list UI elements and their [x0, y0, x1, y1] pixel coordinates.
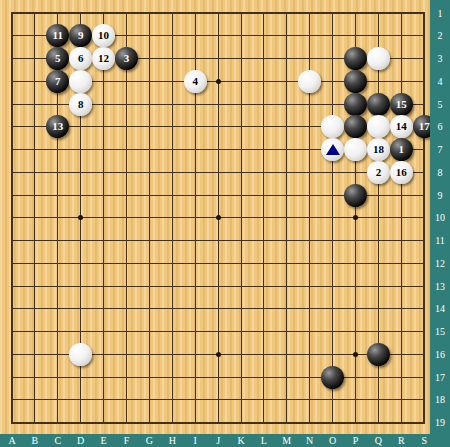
move-number-label: 16 — [396, 167, 407, 178]
column-label: G — [142, 434, 156, 447]
row-label: 9 — [430, 189, 450, 202]
white-stone[interactable]: 16 — [390, 161, 413, 184]
black-stone[interactable]: 15 — [390, 93, 413, 116]
grid-line-horizontal — [11, 308, 425, 309]
column-label: N — [303, 434, 317, 447]
move-number-label: 8 — [78, 99, 84, 110]
black-stone[interactable] — [344, 47, 367, 70]
row-label: 11 — [430, 234, 450, 247]
move-number-label: 14 — [396, 121, 407, 132]
grid-line-vertical — [286, 12, 287, 424]
column-label: C — [51, 434, 65, 447]
row-label: 14 — [430, 302, 450, 315]
column-label: P — [349, 434, 363, 447]
row-label: 1 — [430, 7, 450, 20]
star-point — [353, 215, 358, 220]
column-label: J — [211, 434, 225, 447]
grid-line-horizontal — [11, 422, 425, 424]
black-stone[interactable] — [344, 184, 367, 207]
white-stone[interactable]: 18 — [367, 138, 390, 161]
column-label: D — [74, 434, 88, 447]
column-label: H — [165, 434, 179, 447]
move-number-label: 4 — [192, 76, 198, 87]
column-label: Q — [371, 434, 385, 447]
black-stone[interactable] — [321, 366, 344, 389]
grid-line-horizontal — [11, 240, 425, 241]
column-label: E — [97, 434, 111, 447]
black-stone[interactable]: 7 — [46, 70, 69, 93]
star-point — [216, 215, 221, 220]
row-label: 18 — [430, 393, 450, 406]
black-stone[interactable]: 1 — [390, 138, 413, 161]
star-point — [216, 352, 221, 357]
black-stone[interactable]: 13 — [46, 115, 69, 138]
white-stone[interactable]: 6 — [69, 47, 92, 70]
column-label: K — [234, 434, 248, 447]
column-label: R — [394, 434, 408, 447]
grid-line-horizontal — [11, 377, 425, 378]
grid-line-vertical — [263, 12, 264, 424]
row-label: 6 — [430, 120, 450, 133]
row-label: 8 — [430, 166, 450, 179]
row-label: 5 — [430, 98, 450, 111]
row-label: 13 — [430, 280, 450, 293]
row-label: 4 — [430, 75, 450, 88]
column-label: B — [28, 434, 42, 447]
move-number-label: 17 — [419, 121, 430, 132]
row-label: 2 — [430, 29, 450, 42]
row-coordinate-strip: 12345678910111213141516171819 — [430, 0, 450, 447]
black-stone[interactable]: 5 — [46, 47, 69, 70]
move-number-label: 2 — [376, 167, 382, 178]
grid-line-vertical — [241, 12, 242, 424]
white-stone[interactable] — [321, 115, 344, 138]
star-point — [78, 215, 83, 220]
row-label: 10 — [430, 211, 450, 224]
move-number-label: 5 — [55, 53, 61, 64]
move-number-label: 9 — [78, 30, 84, 41]
white-stone[interactable]: 4 — [184, 70, 207, 93]
move-number-label: 12 — [98, 53, 109, 64]
row-label: 15 — [430, 325, 450, 338]
row-label: 16 — [430, 348, 450, 361]
move-number-label: 18 — [373, 144, 384, 155]
move-number-label: 7 — [55, 76, 61, 87]
grid-line-horizontal — [11, 399, 425, 400]
column-label: S — [417, 434, 431, 447]
column-label: A — [5, 434, 19, 447]
black-stone[interactable] — [367, 93, 390, 116]
white-stone[interactable]: 12 — [92, 47, 115, 70]
grid-line-horizontal — [11, 263, 425, 264]
triangle-marker — [326, 144, 340, 155]
grid-line-vertical — [401, 12, 402, 424]
white-stone[interactable]: 14 — [390, 115, 413, 138]
column-label: I — [188, 434, 202, 447]
move-number-label: 11 — [53, 30, 63, 41]
move-number-label: 10 — [98, 30, 109, 41]
grid-line-vertical — [423, 12, 425, 424]
column-label: M — [280, 434, 294, 447]
grid-line-vertical — [332, 12, 333, 424]
grid-line-horizontal — [11, 331, 425, 332]
move-number-label: 3 — [124, 53, 130, 64]
black-stone[interactable]: 11 — [46, 24, 69, 47]
star-point — [216, 79, 221, 84]
black-stone[interactable]: 3 — [115, 47, 138, 70]
row-label: 12 — [430, 257, 450, 270]
column-coordinate-strip: ABCDEFGHIJKLMNOPQRS — [0, 434, 450, 447]
white-stone[interactable] — [344, 138, 367, 161]
move-number-label: 13 — [52, 121, 63, 132]
white-stone[interactable]: 10 — [92, 24, 115, 47]
star-point — [353, 352, 358, 357]
black-stone[interactable] — [344, 70, 367, 93]
grid-line-horizontal — [11, 286, 425, 287]
white-stone[interactable]: 8 — [69, 93, 92, 116]
move-number-label: 1 — [399, 144, 405, 155]
move-number-label: 6 — [78, 53, 84, 64]
column-label: O — [326, 434, 340, 447]
column-label: L — [257, 434, 271, 447]
go-diagram-window: 119105612374815131417181216 123456789101… — [0, 0, 450, 447]
white-stone[interactable] — [367, 47, 390, 70]
black-stone[interactable] — [367, 343, 390, 366]
white-stone[interactable] — [69, 343, 92, 366]
white-stone[interactable] — [69, 70, 92, 93]
white-stone[interactable] — [298, 70, 321, 93]
black-stone[interactable]: 9 — [69, 24, 92, 47]
black-stone[interactable] — [344, 115, 367, 138]
row-label: 17 — [430, 371, 450, 384]
column-label: F — [120, 434, 134, 447]
white-stone[interactable]: 2 — [367, 161, 390, 184]
white-stone[interactable] — [367, 115, 390, 138]
black-stone[interactable] — [344, 93, 367, 116]
row-label: 3 — [430, 52, 450, 65]
row-label: 7 — [430, 143, 450, 156]
go-board[interactable]: 119105612374815131417181216 — [0, 0, 430, 434]
row-label: 19 — [430, 416, 450, 429]
move-number-label: 15 — [396, 99, 407, 110]
